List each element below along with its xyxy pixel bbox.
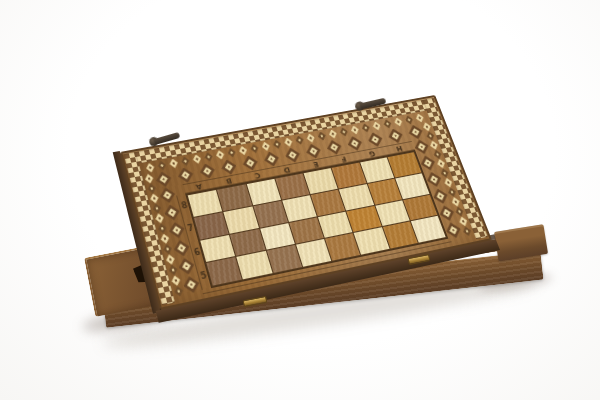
small-diamond-inlay (146, 183, 157, 194)
large-diamond-inlay (158, 186, 177, 204)
square-a5 (206, 257, 242, 285)
chess-set-product-photo: ABCDEFGH 8765 (0, 0, 600, 400)
small-diamond-inlay (144, 173, 155, 184)
square-b5 (237, 251, 272, 279)
small-diamond-inlay (422, 122, 433, 132)
